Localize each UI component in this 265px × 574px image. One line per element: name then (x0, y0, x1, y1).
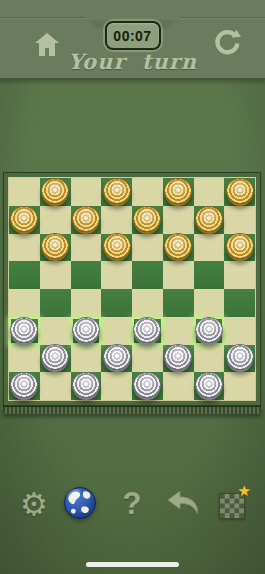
checker-gold[interactable] (195, 206, 223, 232)
settings-button[interactable]: ⚙ (19, 488, 49, 520)
board-cell-b3 (40, 317, 71, 345)
turn-status-text: Your turn (0, 49, 265, 74)
puzzles-button[interactable]: ★ (219, 489, 247, 519)
checker-silver[interactable] (41, 344, 69, 370)
board-cell-d2[interactable] (101, 345, 132, 373)
board-cell-a4 (9, 289, 40, 317)
board-cell-f8[interactable] (163, 178, 194, 206)
checker-silver[interactable] (195, 372, 223, 398)
board-cell-h5 (224, 261, 255, 289)
checker-silver[interactable] (226, 344, 254, 370)
bottom-toolbar: ⚙ (0, 486, 265, 524)
star-badge-icon: ★ (238, 483, 251, 498)
language-button[interactable] (63, 486, 97, 520)
board-cell-g1[interactable] (194, 372, 225, 400)
checker-silver[interactable] (195, 317, 223, 343)
board-cell-c8 (71, 178, 102, 206)
board-cell-d8[interactable] (101, 178, 132, 206)
board-cell-f4[interactable] (163, 289, 194, 317)
board-cell-f1 (163, 372, 194, 400)
board-cell-c6 (71, 234, 102, 262)
checker-gold[interactable] (41, 178, 69, 204)
board-cell-b6[interactable] (40, 234, 71, 262)
checker-silver[interactable] (164, 344, 192, 370)
board-cell-h1 (224, 372, 255, 400)
board-cell-e4 (132, 289, 163, 317)
board-cell-h7 (224, 206, 255, 234)
board-cell-b7 (40, 206, 71, 234)
timer-value: 00:07 (113, 28, 151, 44)
board-cell-a1[interactable] (9, 372, 40, 400)
board-cell-g4 (194, 289, 225, 317)
board-cell-c5[interactable] (71, 261, 102, 289)
board-cell-b2[interactable] (40, 345, 71, 373)
board-cell-c3[interactable] (71, 317, 102, 345)
checker-silver[interactable] (10, 372, 38, 398)
board-cell-f2[interactable] (163, 345, 194, 373)
board-cell-h2[interactable] (224, 345, 255, 373)
board-cell-d1 (101, 372, 132, 400)
board-cell-e7[interactable] (132, 206, 163, 234)
board-cell-f5 (163, 261, 194, 289)
help-button[interactable]: ? (121, 486, 143, 520)
board-inner-frame (8, 177, 256, 401)
board-grid (9, 178, 255, 400)
checker-gold[interactable] (103, 233, 131, 259)
board-cell-e6 (132, 234, 163, 262)
board-cell-b4[interactable] (40, 289, 71, 317)
board-cell-f7 (163, 206, 194, 234)
board-cell-d3 (101, 317, 132, 345)
undo-button[interactable] (166, 490, 202, 518)
board-cell-g6 (194, 234, 225, 262)
checker-silver[interactable] (103, 344, 131, 370)
board-cell-d6[interactable] (101, 234, 132, 262)
checker-silver[interactable] (10, 317, 38, 343)
board-cell-g2 (194, 345, 225, 373)
checker-gold[interactable] (41, 233, 69, 259)
checker-gold[interactable] (164, 178, 192, 204)
board-cell-g5[interactable] (194, 261, 225, 289)
board-cell-c4 (71, 289, 102, 317)
board-cell-d4[interactable] (101, 289, 132, 317)
board-cell-h8[interactable] (224, 178, 255, 206)
board-cell-c2 (71, 345, 102, 373)
checker-silver[interactable] (72, 372, 100, 398)
board-cell-c7[interactable] (71, 206, 102, 234)
board-cell-e1[interactable] (132, 372, 163, 400)
undo-arrow-icon (166, 506, 202, 521)
checker-gold[interactable] (103, 178, 131, 204)
board-cell-e2 (132, 345, 163, 373)
board-cell-d5 (101, 261, 132, 289)
board-cell-g8 (194, 178, 225, 206)
home-indicator-bar[interactable] (86, 562, 179, 567)
board-cell-d7 (101, 206, 132, 234)
gear-icon: ⚙ (20, 487, 48, 522)
board-cell-f6[interactable] (163, 234, 194, 262)
board-cell-a2 (9, 345, 40, 373)
checker-gold[interactable] (133, 206, 161, 232)
board-cell-a6 (9, 234, 40, 262)
header-bar: 00:07 Your turn (0, 0, 265, 80)
checker-gold[interactable] (226, 178, 254, 204)
checker-gold[interactable] (72, 206, 100, 232)
board-cell-c1[interactable] (71, 372, 102, 400)
question-mark-icon: ? (123, 486, 142, 521)
board-cell-e5[interactable] (132, 261, 163, 289)
checker-silver[interactable] (133, 372, 161, 398)
app-screen: 00:07 Your turn ⚙ (0, 0, 265, 574)
board-cell-b8[interactable] (40, 178, 71, 206)
globe-icon (63, 508, 97, 523)
checker-gold[interactable] (164, 233, 192, 259)
board-cell-b1 (40, 372, 71, 400)
board-cell-g7[interactable] (194, 206, 225, 234)
checker-silver[interactable] (72, 317, 100, 343)
board-cell-h4[interactable] (224, 289, 255, 317)
checkers-board (3, 172, 261, 406)
checker-gold[interactable] (10, 206, 38, 232)
board-cell-h3 (224, 317, 255, 345)
board-cell-e3[interactable] (132, 317, 163, 345)
board-cell-a8 (9, 178, 40, 206)
board-cell-g3[interactable] (194, 317, 225, 345)
board-cell-f3 (163, 317, 194, 345)
board-cell-b5 (40, 261, 71, 289)
checker-gold[interactable] (226, 233, 254, 259)
board-cell-e8 (132, 178, 163, 206)
board-cell-h6[interactable] (224, 234, 255, 262)
board-cell-a3[interactable] (9, 317, 40, 345)
board-cell-a7[interactable] (9, 206, 40, 234)
board-base-edge (3, 406, 261, 414)
checker-silver[interactable] (133, 317, 161, 343)
timer: 00:07 (105, 21, 161, 50)
board-cell-a5[interactable] (9, 261, 40, 289)
